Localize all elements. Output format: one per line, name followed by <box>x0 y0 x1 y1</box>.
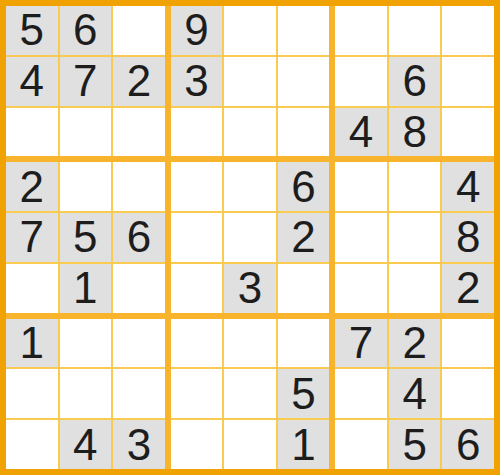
cell-r9c5-empty[interactable] <box>224 420 276 469</box>
cell-r8c1-empty[interactable] <box>6 369 58 418</box>
cell-r2c7-empty[interactable] <box>335 57 387 106</box>
cell-r4c9-given: 4 <box>442 162 494 211</box>
cell-r9c1-empty[interactable] <box>6 420 58 469</box>
cell-r2c8-given: 6 <box>389 57 441 106</box>
box-1-2: 93 <box>171 6 330 156</box>
cell-r8c4-empty[interactable] <box>171 369 223 418</box>
cell-r9c3-given: 3 <box>113 420 165 469</box>
cell-r8c3-empty[interactable] <box>113 369 165 418</box>
cell-r1c4-given: 9 <box>171 6 223 55</box>
cell-r3c8-given: 8 <box>389 108 441 157</box>
cell-r6c9-given: 2 <box>442 264 494 313</box>
box-3-3: 72456 <box>335 319 494 469</box>
box-3-2: 51 <box>171 319 330 469</box>
cell-r6c2-given: 1 <box>60 264 112 313</box>
cell-r4c3-empty[interactable] <box>113 162 165 211</box>
cell-r2c1-given: 4 <box>6 57 58 106</box>
cell-r1c1-given: 5 <box>6 6 58 55</box>
cell-r2c6-empty[interactable] <box>278 57 330 106</box>
cell-r2c5-empty[interactable] <box>224 57 276 106</box>
cell-r1c7-empty[interactable] <box>335 6 387 55</box>
cell-r5c1-given: 7 <box>6 213 58 262</box>
cell-r8c6-given: 5 <box>278 369 330 418</box>
cell-r6c6-empty[interactable] <box>278 264 330 313</box>
sudoku-board: 5647293648275616234821435172456 <box>0 0 500 475</box>
cell-r1c3-empty[interactable] <box>113 6 165 55</box>
cell-r6c1-empty[interactable] <box>6 264 58 313</box>
cell-r1c2-given: 6 <box>60 6 112 55</box>
cell-r7c1-given: 1 <box>6 319 58 368</box>
cell-r7c5-empty[interactable] <box>224 319 276 368</box>
cell-r8c8-given: 4 <box>389 369 441 418</box>
cell-r9c2-given: 4 <box>60 420 112 469</box>
cell-r5c6-given: 2 <box>278 213 330 262</box>
cell-r4c1-given: 2 <box>6 162 58 211</box>
cell-r1c9-empty[interactable] <box>442 6 494 55</box>
cell-r3c2-empty[interactable] <box>60 108 112 157</box>
cell-r5c9-given: 8 <box>442 213 494 262</box>
box-2-3: 482 <box>335 162 494 312</box>
cell-r1c5-empty[interactable] <box>224 6 276 55</box>
cell-r3c4-empty[interactable] <box>171 108 223 157</box>
box-1-1: 56472 <box>6 6 165 156</box>
cell-r9c4-empty[interactable] <box>171 420 223 469</box>
cell-r1c6-empty[interactable] <box>278 6 330 55</box>
cell-r7c7-given: 7 <box>335 319 387 368</box>
cell-r5c3-given: 6 <box>113 213 165 262</box>
cell-r6c5-given: 3 <box>224 264 276 313</box>
cell-r7c2-empty[interactable] <box>60 319 112 368</box>
cell-r5c4-empty[interactable] <box>171 213 223 262</box>
cell-r2c2-given: 7 <box>60 57 112 106</box>
cell-r2c4-given: 3 <box>171 57 223 106</box>
cell-r3c7-given: 4 <box>335 108 387 157</box>
cell-r8c2-empty[interactable] <box>60 369 112 418</box>
cell-r7c8-given: 2 <box>389 319 441 368</box>
cell-r3c6-empty[interactable] <box>278 108 330 157</box>
cell-r6c3-empty[interactable] <box>113 264 165 313</box>
cell-r4c4-empty[interactable] <box>171 162 223 211</box>
cell-r3c9-empty[interactable] <box>442 108 494 157</box>
cell-r7c3-empty[interactable] <box>113 319 165 368</box>
cell-r9c9-given: 6 <box>442 420 494 469</box>
cell-r4c5-empty[interactable] <box>224 162 276 211</box>
box-1-3: 648 <box>335 6 494 156</box>
cell-r6c7-empty[interactable] <box>335 264 387 313</box>
cell-r4c8-empty[interactable] <box>389 162 441 211</box>
cell-r4c2-empty[interactable] <box>60 162 112 211</box>
cell-r2c3-given: 2 <box>113 57 165 106</box>
box-3-1: 143 <box>6 319 165 469</box>
cell-r3c1-empty[interactable] <box>6 108 58 157</box>
box-2-1: 27561 <box>6 162 165 312</box>
cell-r2c9-empty[interactable] <box>442 57 494 106</box>
cell-r9c6-given: 1 <box>278 420 330 469</box>
cell-r8c9-empty[interactable] <box>442 369 494 418</box>
cell-r7c9-empty[interactable] <box>442 319 494 368</box>
cell-r4c6-given: 6 <box>278 162 330 211</box>
cell-r7c6-empty[interactable] <box>278 319 330 368</box>
cell-r6c8-empty[interactable] <box>389 264 441 313</box>
cell-r6c4-empty[interactable] <box>171 264 223 313</box>
cell-r5c7-empty[interactable] <box>335 213 387 262</box>
box-2-2: 623 <box>171 162 330 312</box>
cell-r3c3-empty[interactable] <box>113 108 165 157</box>
cell-r4c7-empty[interactable] <box>335 162 387 211</box>
cell-r5c2-given: 5 <box>60 213 112 262</box>
cell-r8c5-empty[interactable] <box>224 369 276 418</box>
cell-r9c7-empty[interactable] <box>335 420 387 469</box>
cell-r8c7-empty[interactable] <box>335 369 387 418</box>
cell-r7c4-empty[interactable] <box>171 319 223 368</box>
cell-r5c8-empty[interactable] <box>389 213 441 262</box>
cell-r5c5-empty[interactable] <box>224 213 276 262</box>
cell-r9c8-given: 5 <box>389 420 441 469</box>
cell-r3c5-empty[interactable] <box>224 108 276 157</box>
cell-r1c8-empty[interactable] <box>389 6 441 55</box>
